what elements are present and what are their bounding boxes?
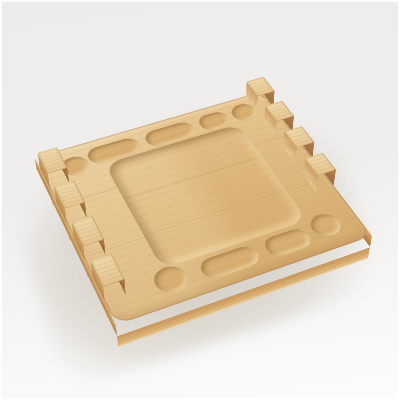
recess-round-bottom-left (149, 262, 193, 297)
photo-background (0, 0, 400, 400)
recess-round-bottom-right (305, 211, 346, 240)
